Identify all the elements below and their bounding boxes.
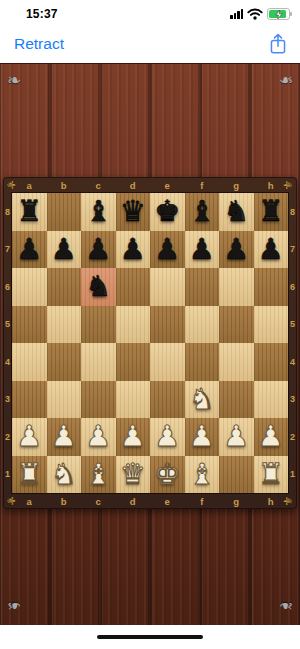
cellular-signal-icon <box>230 9 243 19</box>
square-b6[interactable] <box>47 268 82 306</box>
square-g2[interactable]: ♟ <box>219 418 254 456</box>
file-label-f: f <box>185 493 220 509</box>
file-labels-bottom: abcdefgh <box>3 493 297 509</box>
file-label-d: d <box>116 493 151 509</box>
battery-charging-icon <box>267 8 290 20</box>
file-label-c: c <box>81 177 116 193</box>
rank-label-7: 7 <box>288 231 297 269</box>
square-h3[interactable] <box>254 381 289 419</box>
square-h5[interactable] <box>254 306 289 344</box>
rank-label-5: 5 <box>288 306 297 344</box>
square-a8[interactable]: ♜ <box>12 193 47 231</box>
square-a1[interactable]: ♜ <box>12 456 47 494</box>
square-g3[interactable] <box>219 381 254 419</box>
black-knight-g8[interactable]: ♞ <box>219 193 254 231</box>
square-h7[interactable]: ♟ <box>254 231 289 269</box>
white-pawn-b2[interactable]: ♟ <box>47 418 82 456</box>
white-pawn-c2[interactable]: ♟ <box>81 418 116 456</box>
board-corner-ornament: ⚜ <box>5 180 17 191</box>
square-f3[interactable]: ♞ <box>185 381 220 419</box>
rank-label-1: 1 <box>3 456 12 494</box>
square-c6[interactable]: ♞ <box>81 268 116 306</box>
square-e8[interactable]: ♚ <box>150 193 185 231</box>
square-e4[interactable] <box>150 343 185 381</box>
table-corner-ornament: ❧ <box>279 597 293 614</box>
white-bishop-f1[interactable]: ♝ <box>185 456 220 494</box>
white-pawn-g2[interactable]: ♟ <box>219 418 254 456</box>
black-rook-h8[interactable]: ♜ <box>254 193 289 231</box>
status-time: 15:37 <box>26 7 58 21</box>
rank-label-4: 4 <box>3 343 12 381</box>
white-rook-a1[interactable]: ♜ <box>12 456 47 494</box>
status-icons <box>230 8 290 20</box>
black-king-e8[interactable]: ♚ <box>150 193 185 231</box>
board-corner-ornament: ⚜ <box>283 496 295 507</box>
table-corner-ornament: ❧ <box>279 72 293 89</box>
file-label-c: c <box>81 493 116 509</box>
rank-label-5: 5 <box>3 306 12 344</box>
black-pawn-b7[interactable]: ♟ <box>47 231 82 269</box>
square-e3[interactable] <box>150 381 185 419</box>
rank-label-3: 3 <box>288 381 297 419</box>
white-king-e1[interactable]: ♚ <box>150 456 185 494</box>
square-h2[interactable]: ♟ <box>254 418 289 456</box>
square-f4[interactable] <box>185 343 220 381</box>
black-bishop-c8[interactable]: ♝ <box>81 193 116 231</box>
white-queen-d1[interactable]: ♛ <box>116 456 151 494</box>
white-knight-b1[interactable]: ♞ <box>47 456 82 494</box>
square-h4[interactable] <box>254 343 289 381</box>
rank-label-2: 2 <box>3 418 12 456</box>
file-label-g: g <box>219 493 254 509</box>
square-d4[interactable] <box>116 343 151 381</box>
square-g6[interactable] <box>219 268 254 306</box>
board-corner-ornament: ⚜ <box>283 180 295 191</box>
square-g8[interactable]: ♞ <box>219 193 254 231</box>
rank-label-6: 6 <box>3 268 12 306</box>
white-pawn-e2[interactable]: ♟ <box>150 418 185 456</box>
rank-label-6: 6 <box>288 268 297 306</box>
square-a7[interactable]: ♟ <box>12 231 47 269</box>
file-label-b: b <box>47 177 82 193</box>
square-c2[interactable]: ♟ <box>81 418 116 456</box>
square-d1[interactable]: ♛ <box>116 456 151 494</box>
square-b2[interactable]: ♟ <box>47 418 82 456</box>
square-f7[interactable]: ♟ <box>185 231 220 269</box>
table-background: ❧ ❧ ❧ ❧ ⚜ ⚜ ⚜ ⚜ abcdefgh 87654321 ♜♝♛♚♝♞… <box>0 63 300 625</box>
square-e2[interactable]: ♟ <box>150 418 185 456</box>
table-corner-ornament: ❧ <box>7 597 21 614</box>
nav-bar: Retract <box>0 24 300 63</box>
file-labels-top: abcdefgh <box>3 177 297 193</box>
chess-board: ♜♝♛♚♝♞♜♟♟♟♟♟♟♟♟♞♞♟♟♟♟♟♟♟♟♜♞♝♛♚♝♜ <box>12 193 288 493</box>
file-label-b: b <box>47 493 82 509</box>
share-button[interactable] <box>268 32 288 56</box>
square-d7[interactable]: ♟ <box>116 231 151 269</box>
square-e7[interactable]: ♟ <box>150 231 185 269</box>
square-g5[interactable] <box>219 306 254 344</box>
black-pawn-h7[interactable]: ♟ <box>254 231 289 269</box>
black-pawn-c7[interactable]: ♟ <box>81 231 116 269</box>
square-a4[interactable] <box>12 343 47 381</box>
black-pawn-e7[interactable]: ♟ <box>150 231 185 269</box>
rank-labels-right: 87654321 <box>288 193 297 493</box>
square-b5[interactable] <box>47 306 82 344</box>
square-b7[interactable]: ♟ <box>47 231 82 269</box>
board-corner-ornament: ⚜ <box>5 496 17 507</box>
square-g1[interactable] <box>219 456 254 494</box>
file-label-e: e <box>150 493 185 509</box>
file-label-d: d <box>116 177 151 193</box>
square-d3[interactable] <box>116 381 151 419</box>
rank-label-8: 8 <box>288 193 297 231</box>
black-pawn-g7[interactable]: ♟ <box>219 231 254 269</box>
white-pawn-f2[interactable]: ♟ <box>185 418 220 456</box>
square-f6[interactable] <box>185 268 220 306</box>
rank-labels-left: 87654321 <box>3 193 12 493</box>
square-f2[interactable]: ♟ <box>185 418 220 456</box>
retract-button[interactable]: Retract <box>14 35 64 53</box>
black-knight-c6[interactable]: ♞ <box>81 268 116 306</box>
white-rook-h1[interactable]: ♜ <box>254 456 289 494</box>
square-a6[interactable] <box>12 268 47 306</box>
rank-label-2: 2 <box>288 418 297 456</box>
square-c4[interactable] <box>81 343 116 381</box>
square-a2[interactable]: ♟ <box>12 418 47 456</box>
white-pawn-a2[interactable]: ♟ <box>12 418 47 456</box>
file-label-g: g <box>219 177 254 193</box>
square-c1[interactable]: ♝ <box>81 456 116 494</box>
square-h1[interactable]: ♜ <box>254 456 289 494</box>
square-h6[interactable] <box>254 268 289 306</box>
square-b1[interactable]: ♞ <box>47 456 82 494</box>
rank-label-4: 4 <box>288 343 297 381</box>
home-indicator[interactable] <box>97 635 203 640</box>
square-h8[interactable]: ♜ <box>254 193 289 231</box>
file-label-e: e <box>150 177 185 193</box>
rank-label-3: 3 <box>3 381 12 419</box>
square-c8[interactable]: ♝ <box>81 193 116 231</box>
board-frame: ⚜ ⚜ ⚜ ⚜ abcdefgh 87654321 ♜♝♛♚♝♞♜♟♟♟♟♟♟♟… <box>3 177 297 509</box>
square-f8[interactable]: ♝ <box>185 193 220 231</box>
square-e1[interactable]: ♚ <box>150 456 185 494</box>
table-corner-ornament: ❧ <box>7 72 21 89</box>
square-b4[interactable] <box>47 343 82 381</box>
status-bar: 15:37 <box>0 0 300 24</box>
square-g4[interactable] <box>219 343 254 381</box>
share-icon <box>268 32 288 56</box>
screen: 15:37 Retract <box>0 0 300 649</box>
square-d2[interactable]: ♟ <box>116 418 151 456</box>
square-d6[interactable] <box>116 268 151 306</box>
black-pawn-a7[interactable]: ♟ <box>12 231 47 269</box>
square-e5[interactable] <box>150 306 185 344</box>
square-b8[interactable] <box>47 193 82 231</box>
square-c3[interactable] <box>81 381 116 419</box>
white-knight-f3[interactable]: ♞ <box>185 381 220 419</box>
square-f5[interactable] <box>185 306 220 344</box>
square-g7[interactable]: ♟ <box>219 231 254 269</box>
square-d5[interactable] <box>116 306 151 344</box>
wifi-icon <box>247 8 263 20</box>
square-b3[interactable] <box>47 381 82 419</box>
black-bishop-f8[interactable]: ♝ <box>185 193 220 231</box>
square-a5[interactable] <box>12 306 47 344</box>
white-pawn-h2[interactable]: ♟ <box>254 418 289 456</box>
rank-label-8: 8 <box>3 193 12 231</box>
square-a3[interactable] <box>12 381 47 419</box>
black-queen-d8[interactable]: ♛ <box>116 193 151 231</box>
white-pawn-d2[interactable]: ♟ <box>116 418 151 456</box>
square-c5[interactable] <box>81 306 116 344</box>
square-c7[interactable]: ♟ <box>81 231 116 269</box>
rank-label-7: 7 <box>3 231 12 269</box>
square-e6[interactable] <box>150 268 185 306</box>
square-f1[interactable]: ♝ <box>185 456 220 494</box>
rank-label-1: 1 <box>288 456 297 494</box>
white-bishop-c1[interactable]: ♝ <box>81 456 116 494</box>
black-pawn-d7[interactable]: ♟ <box>116 231 151 269</box>
file-label-f: f <box>185 177 220 193</box>
square-d8[interactable]: ♛ <box>116 193 151 231</box>
black-rook-a8[interactable]: ♜ <box>12 193 47 231</box>
black-pawn-f7[interactable]: ♟ <box>185 231 220 269</box>
home-indicator-area <box>0 625 300 649</box>
